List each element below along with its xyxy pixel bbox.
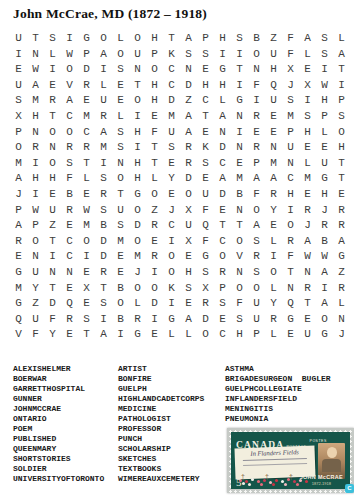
grid-cell[interactable]: M <box>265 156 282 172</box>
grid-cell[interactable]: O <box>112 171 129 187</box>
grid-cell[interactable]: O <box>61 125 78 141</box>
grid-cell[interactable]: A <box>299 234 316 250</box>
grid-cell[interactable]: I <box>61 31 78 47</box>
grid-cell[interactable]: J <box>163 203 180 219</box>
grid-cell[interactable]: O <box>129 31 146 47</box>
grid-cell[interactable]: E <box>265 218 282 234</box>
grid-cell[interactable]: S <box>112 140 129 156</box>
grid-cell[interactable]: P <box>333 93 350 109</box>
grid-cell[interactable]: S <box>95 203 112 219</box>
grid-cell[interactable]: O <box>282 218 299 234</box>
grid-cell[interactable]: H <box>146 31 163 47</box>
grid-cell[interactable]: I <box>146 265 163 281</box>
grid-cell[interactable]: S <box>10 93 27 109</box>
grid-cell[interactable]: S <box>197 156 214 172</box>
grid-cell[interactable]: W <box>27 203 44 219</box>
grid-cell[interactable]: B <box>248 31 265 47</box>
grid-cell[interactable]: A <box>248 218 265 234</box>
grid-cell[interactable]: F <box>44 312 61 328</box>
grid-cell[interactable]: M <box>163 109 180 125</box>
grid-cell[interactable]: S <box>180 47 197 63</box>
grid-cell[interactable]: S <box>248 234 265 250</box>
grid-cell[interactable]: H <box>146 78 163 94</box>
grid-cell[interactable]: E <box>146 109 163 125</box>
grid-cell[interactable]: K <box>197 140 214 156</box>
grid-cell[interactable]: E <box>265 125 282 141</box>
grid-cell[interactable]: O <box>248 281 265 297</box>
grid-cell[interactable]: K <box>163 47 180 63</box>
grid-cell[interactable]: C <box>78 125 95 141</box>
grid-cell[interactable]: Y <box>163 171 180 187</box>
grid-cell[interactable]: E <box>78 93 95 109</box>
grid-cell[interactable]: O <box>44 156 61 172</box>
grid-cell[interactable]: D <box>129 218 146 234</box>
grid-cell[interactable]: J <box>333 327 350 343</box>
grid-cell[interactable]: J <box>316 203 333 219</box>
grid-cell[interactable]: E <box>112 78 129 94</box>
grid-cell[interactable]: S <box>112 218 129 234</box>
grid-cell[interactable]: G <box>282 312 299 328</box>
grid-cell[interactable]: L <box>299 47 316 63</box>
grid-cell[interactable]: H <box>129 171 146 187</box>
grid-cell[interactable]: L <box>163 327 180 343</box>
grid-cell[interactable]: V <box>10 327 27 343</box>
grid-cell[interactable]: S <box>248 265 265 281</box>
grid-cell[interactable]: I <box>129 140 146 156</box>
grid-cell[interactable]: C <box>61 249 78 265</box>
grid-cell[interactable]: F <box>248 78 265 94</box>
grid-cell[interactable]: S <box>112 125 129 141</box>
grid-cell[interactable]: R <box>197 296 214 312</box>
grid-cell[interactable]: T <box>197 109 214 125</box>
grid-cell[interactable]: A <box>10 218 27 234</box>
grid-cell[interactable]: N <box>44 140 61 156</box>
grid-cell[interactable]: R <box>265 312 282 328</box>
grid-cell[interactable]: S <box>112 62 129 78</box>
grid-cell[interactable]: E <box>214 203 231 219</box>
grid-cell[interactable]: S <box>78 312 95 328</box>
grid-cell[interactable]: N <box>265 140 282 156</box>
grid-cell[interactable]: R <box>333 203 350 219</box>
grid-cell[interactable]: N <box>333 312 350 328</box>
grid-cell[interactable]: E <box>146 234 163 250</box>
grid-cell[interactable]: D <box>180 171 197 187</box>
grid-cell[interactable]: R <box>78 140 95 156</box>
grid-cell[interactable]: R <box>180 156 197 172</box>
grid-cell[interactable]: M <box>299 171 316 187</box>
grid-cell[interactable]: W <box>61 47 78 63</box>
grid-cell[interactable]: U <box>265 93 282 109</box>
grid-cell[interactable]: Z <box>44 218 61 234</box>
grid-cell[interactable]: L <box>129 296 146 312</box>
grid-cell[interactable]: G <box>197 249 214 265</box>
grid-cell[interactable]: R <box>44 93 61 109</box>
grid-cell[interactable]: C <box>163 62 180 78</box>
grid-cell[interactable]: E <box>180 296 197 312</box>
grid-cell[interactable]: A <box>316 265 333 281</box>
grid-cell[interactable]: O <box>129 203 146 219</box>
grid-cell[interactable]: P <box>146 47 163 63</box>
grid-cell[interactable]: C <box>163 78 180 94</box>
grid-cell[interactable]: R <box>299 281 316 297</box>
grid-cell[interactable]: A <box>333 47 350 63</box>
grid-cell[interactable]: H <box>231 327 248 343</box>
grid-cell[interactable]: J <box>299 218 316 234</box>
grid-cell[interactable]: H <box>214 78 231 94</box>
grid-cell[interactable]: N <box>231 109 248 125</box>
grid-cell[interactable]: E <box>78 265 95 281</box>
grid-cell[interactable]: Q <box>265 78 282 94</box>
grid-cell[interactable]: G <box>10 265 27 281</box>
grid-cell[interactable]: U <box>282 140 299 156</box>
grid-cell[interactable]: E <box>146 327 163 343</box>
grid-cell[interactable]: B <box>61 187 78 203</box>
grid-cell[interactable]: T <box>78 327 95 343</box>
grid-cell[interactable]: R <box>95 265 112 281</box>
grid-cell[interactable]: R <box>248 140 265 156</box>
grid-cell[interactable]: M <box>282 109 299 125</box>
grid-cell[interactable]: I <box>316 62 333 78</box>
grid-cell[interactable]: L <box>333 296 350 312</box>
grid-cell[interactable]: C <box>163 218 180 234</box>
grid-cell[interactable]: O <box>78 234 95 250</box>
grid-cell[interactable]: F <box>231 296 248 312</box>
grid-cell[interactable]: X <box>180 203 197 219</box>
grid-cell[interactable]: T <box>129 78 146 94</box>
grid-cell[interactable]: I <box>282 203 299 219</box>
grid-cell[interactable]: S <box>316 31 333 47</box>
grid-cell[interactable]: R <box>214 265 231 281</box>
grid-cell[interactable]: I <box>163 234 180 250</box>
grid-cell[interactable]: X <box>78 281 95 297</box>
grid-cell[interactable]: F <box>248 187 265 203</box>
grid-cell[interactable]: D <box>78 62 95 78</box>
grid-cell[interactable]: N <box>61 265 78 281</box>
grid-cell[interactable]: M <box>231 171 248 187</box>
grid-cell[interactable]: T <box>146 140 163 156</box>
grid-cell[interactable]: N <box>248 62 265 78</box>
grid-cell[interactable]: Q <box>10 312 27 328</box>
grid-cell[interactable]: G <box>129 187 146 203</box>
grid-cell[interactable]: O <box>180 187 197 203</box>
grid-cell[interactable]: G <box>10 296 27 312</box>
grid-cell[interactable]: E <box>61 327 78 343</box>
grid-cell[interactable]: E <box>316 140 333 156</box>
grid-cell[interactable]: X <box>180 234 197 250</box>
grid-cell[interactable]: S <box>180 281 197 297</box>
grid-cell[interactable]: A <box>95 125 112 141</box>
grid-cell[interactable]: C <box>197 93 214 109</box>
grid-cell[interactable]: E <box>10 249 27 265</box>
grid-cell[interactable]: E <box>163 187 180 203</box>
grid-cell[interactable]: P <box>78 47 95 63</box>
grid-cell[interactable]: S <box>299 109 316 125</box>
grid-cell[interactable]: N <box>27 125 44 141</box>
grid-cell[interactable]: H <box>316 187 333 203</box>
grid-cell[interactable]: E <box>299 140 316 156</box>
grid-cell[interactable]: A <box>299 31 316 47</box>
grid-cell[interactable]: G <box>231 93 248 109</box>
grid-cell[interactable]: O <box>129 93 146 109</box>
grid-cell[interactable]: D <box>214 187 231 203</box>
grid-cell[interactable]: A <box>333 234 350 250</box>
grid-cell[interactable]: A <box>214 171 231 187</box>
grid-cell[interactable]: D <box>197 312 214 328</box>
grid-cell[interactable]: N <box>27 249 44 265</box>
grid-cell[interactable]: E <box>197 171 214 187</box>
grid-cell[interactable]: R <box>61 203 78 219</box>
grid-cell[interactable]: N <box>112 156 129 172</box>
grid-cell[interactable]: S <box>231 31 248 47</box>
grid-cell[interactable]: L <box>316 125 333 141</box>
grid-cell[interactable]: L <box>112 31 129 47</box>
grid-cell[interactable]: R <box>95 187 112 203</box>
grid-cell[interactable]: N <box>129 62 146 78</box>
grid-cell[interactable]: R <box>180 140 197 156</box>
grid-cell[interactable]: V <box>231 249 248 265</box>
grid-cell[interactable]: T <box>146 156 163 172</box>
grid-cell[interactable]: P <box>316 109 333 125</box>
grid-cell[interactable]: U <box>27 265 44 281</box>
grid-cell[interactable]: H <box>265 62 282 78</box>
grid-cell[interactable]: I <box>299 93 316 109</box>
grid-cell[interactable]: E <box>180 249 197 265</box>
grid-cell[interactable]: P <box>27 218 44 234</box>
grid-cell[interactable]: O <box>44 125 61 141</box>
grid-cell[interactable]: F <box>282 249 299 265</box>
grid-cell[interactable]: H <box>197 78 214 94</box>
grid-cell[interactable]: C <box>214 327 231 343</box>
grid-cell[interactable]: S <box>214 296 231 312</box>
grid-cell[interactable]: R <box>248 109 265 125</box>
grid-cell[interactable]: A <box>27 78 44 94</box>
grid-cell[interactable]: H <box>299 125 316 141</box>
grid-cell[interactable]: A <box>214 109 231 125</box>
grid-cell[interactable]: G <box>214 62 231 78</box>
grid-cell[interactable]: M <box>10 281 27 297</box>
grid-cell[interactable]: I <box>78 249 95 265</box>
grid-cell[interactable]: T <box>44 109 61 125</box>
grid-cell[interactable]: H <box>27 109 44 125</box>
grid-cell[interactable]: L <box>78 171 95 187</box>
grid-cell[interactable]: O <box>146 187 163 203</box>
grid-cell[interactable]: L <box>44 47 61 63</box>
grid-cell[interactable]: U <box>248 312 265 328</box>
grid-cell[interactable]: U <box>10 31 27 47</box>
grid-cell[interactable]: S <box>61 156 78 172</box>
grid-cell[interactable]: Q <box>282 296 299 312</box>
grid-cell[interactable]: R <box>27 140 44 156</box>
grid-cell[interactable]: R <box>265 187 282 203</box>
grid-cell[interactable]: R <box>316 218 333 234</box>
grid-cell[interactable]: Q <box>61 296 78 312</box>
grid-cell[interactable]: E <box>197 62 214 78</box>
grid-cell[interactable]: G <box>78 31 95 47</box>
grid-cell[interactable]: S <box>95 296 112 312</box>
grid-cell[interactable]: O <box>316 312 333 328</box>
grid-cell[interactable]: E <box>163 156 180 172</box>
grid-cell[interactable]: Z <box>265 31 282 47</box>
grid-cell[interactable]: N <box>44 265 61 281</box>
grid-cell[interactable]: S <box>333 109 350 125</box>
grid-cell[interactable]: T <box>282 265 299 281</box>
grid-cell[interactable]: U <box>27 312 44 328</box>
grid-cell[interactable]: I <box>214 47 231 63</box>
grid-cell[interactable]: T <box>27 31 44 47</box>
grid-cell[interactable]: A <box>180 125 197 141</box>
grid-cell[interactable]: T <box>333 171 350 187</box>
grid-cell[interactable]: A <box>95 47 112 63</box>
grid-cell[interactable]: I <box>129 109 146 125</box>
grid-cell[interactable]: N <box>282 281 299 297</box>
grid-cell[interactable]: H <box>44 171 61 187</box>
grid-cell[interactable]: H <box>27 171 44 187</box>
grid-cell[interactable]: N <box>231 203 248 219</box>
grid-cell[interactable]: A <box>95 327 112 343</box>
grid-cell[interactable]: U <box>163 125 180 141</box>
grid-cell[interactable]: R <box>333 281 350 297</box>
grid-cell[interactable]: S <box>231 312 248 328</box>
grid-cell[interactable]: O <box>10 140 27 156</box>
grid-cell[interactable]: G <box>129 327 146 343</box>
grid-cell[interactable]: M <box>10 156 27 172</box>
grid-cell[interactable]: A <box>316 296 333 312</box>
grid-cell[interactable]: O <box>231 234 248 250</box>
grid-cell[interactable]: D <box>146 296 163 312</box>
grid-cell[interactable]: L <box>265 327 282 343</box>
grid-cell[interactable]: U <box>265 47 282 63</box>
grid-cell[interactable]: H <box>146 93 163 109</box>
grid-cell[interactable]: E <box>248 125 265 141</box>
grid-cell[interactable]: W <box>27 62 44 78</box>
grid-cell[interactable]: E <box>333 187 350 203</box>
grid-cell[interactable]: I <box>44 249 61 265</box>
grid-cell[interactable]: L <box>299 156 316 172</box>
grid-cell[interactable]: T <box>112 187 129 203</box>
grid-cell[interactable]: D <box>44 296 61 312</box>
grid-cell[interactable]: O <box>129 234 146 250</box>
grid-cell[interactable]: L <box>95 78 112 94</box>
grid-cell[interactable]: T <box>44 234 61 250</box>
grid-cell[interactable]: E <box>282 327 299 343</box>
grid-cell[interactable]: T <box>163 31 180 47</box>
grid-cell[interactable]: O <box>265 265 282 281</box>
grid-cell[interactable]: B <box>112 312 129 328</box>
grid-cell[interactable]: F <box>282 31 299 47</box>
grid-cell[interactable]: E <box>61 281 78 297</box>
grid-cell[interactable]: U <box>95 93 112 109</box>
grid-cell[interactable]: R <box>10 234 27 250</box>
grid-cell[interactable]: R <box>248 249 265 265</box>
grid-cell[interactable]: G <box>316 327 333 343</box>
grid-cell[interactable]: I <box>95 62 112 78</box>
grid-cell[interactable]: T <box>333 156 350 172</box>
grid-cell[interactable]: G <box>333 249 350 265</box>
grid-cell[interactable]: I <box>95 312 112 328</box>
grid-cell[interactable]: O <box>231 281 248 297</box>
grid-cell[interactable]: I <box>333 78 350 94</box>
grid-cell[interactable]: I <box>265 249 282 265</box>
grid-cell[interactable]: P <box>282 125 299 141</box>
grid-cell[interactable]: R <box>146 218 163 234</box>
grid-cell[interactable]: L <box>180 327 197 343</box>
grid-cell[interactable]: U <box>180 218 197 234</box>
grid-cell[interactable]: B <box>231 187 248 203</box>
grid-cell[interactable]: A <box>180 109 197 125</box>
grid-cell[interactable]: W <box>78 203 95 219</box>
grid-cell[interactable]: H <box>129 156 146 172</box>
grid-cell[interactable]: Z <box>146 203 163 219</box>
grid-cell[interactable]: U <box>129 47 146 63</box>
grid-cell[interactable]: I <box>112 327 129 343</box>
grid-cell[interactable]: A <box>10 171 27 187</box>
grid-cell[interactable]: G <box>163 312 180 328</box>
grid-cell[interactable]: S <box>197 47 214 63</box>
grid-cell[interactable]: U <box>299 327 316 343</box>
grid-cell[interactable]: H <box>129 125 146 141</box>
grid-cell[interactable]: R <box>61 140 78 156</box>
grid-cell[interactable]: E <box>214 312 231 328</box>
grid-cell[interactable]: W <box>316 78 333 94</box>
grid-cell[interactable]: L <box>333 31 350 47</box>
grid-cell[interactable]: O <box>112 47 129 63</box>
grid-cell[interactable]: T <box>231 62 248 78</box>
grid-cell[interactable]: E <box>78 296 95 312</box>
grid-cell[interactable]: O <box>197 327 214 343</box>
grid-cell[interactable]: K <box>163 281 180 297</box>
grid-cell[interactable]: R <box>146 249 163 265</box>
grid-cell[interactable]: N <box>282 156 299 172</box>
grid-cell[interactable]: E <box>112 265 129 281</box>
grid-cell[interactable]: I <box>231 78 248 94</box>
grid-cell[interactable]: H <box>214 31 231 47</box>
grid-cell[interactable]: U <box>197 187 214 203</box>
grid-cell[interactable]: I <box>231 47 248 63</box>
grid-cell[interactable]: I <box>231 125 248 141</box>
grid-cell[interactable]: G <box>316 171 333 187</box>
grid-cell[interactable]: O <box>95 31 112 47</box>
grid-cell[interactable]: O <box>27 234 44 250</box>
grid-cell[interactable]: I <box>163 296 180 312</box>
grid-cell[interactable]: A <box>180 31 197 47</box>
grid-cell[interactable]: Y <box>265 203 282 219</box>
grid-cell[interactable]: U <box>44 203 61 219</box>
grid-cell[interactable]: P <box>197 31 214 47</box>
grid-cell[interactable]: I <box>44 62 61 78</box>
grid-cell[interactable]: E <box>112 249 129 265</box>
grid-cell[interactable]: O <box>333 125 350 141</box>
grid-cell[interactable]: Y <box>27 281 44 297</box>
grid-cell[interactable]: M <box>112 234 129 250</box>
grid-cell[interactable]: C <box>61 234 78 250</box>
grid-cell[interactable]: E <box>78 187 95 203</box>
grid-cell[interactable]: Z <box>333 265 350 281</box>
grid-cell[interactable]: R <box>95 109 112 125</box>
grid-cell[interactable]: D <box>163 93 180 109</box>
grid-cell[interactable]: F <box>197 203 214 219</box>
grid-cell[interactable]: P <box>248 327 265 343</box>
grid-cell[interactable]: I <box>146 312 163 328</box>
grid-cell[interactable]: X <box>299 78 316 94</box>
grid-cell[interactable]: E <box>299 62 316 78</box>
grid-cell[interactable]: L <box>265 234 282 250</box>
grid-cell[interactable]: N <box>214 125 231 141</box>
grid-cell[interactable]: O <box>146 281 163 297</box>
grid-cell[interactable]: S <box>316 47 333 63</box>
grid-cell[interactable]: S <box>282 93 299 109</box>
grid-cell[interactable]: N <box>231 140 248 156</box>
grid-cell[interactable]: E <box>231 156 248 172</box>
